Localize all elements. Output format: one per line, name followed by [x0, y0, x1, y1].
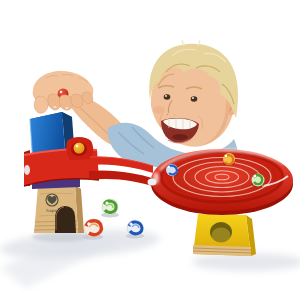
launcher-start	[66, 137, 93, 160]
held-marble-glint	[60, 91, 62, 93]
launcher-marble-glint	[76, 145, 78, 147]
eye-right-glint	[192, 97, 194, 99]
wood-arch-block: hape	[34, 185, 84, 233]
eye-right	[191, 96, 198, 101]
track-junction-peg	[148, 179, 157, 186]
mouth-inner	[172, 134, 188, 140]
finger-ring	[71, 94, 83, 107]
fingernail	[65, 107, 68, 109]
yellow-support-block	[193, 214, 256, 256]
band-white-peg	[24, 165, 30, 175]
marble-run-scene: hape	[0, 0, 300, 300]
hole-inner	[212, 228, 231, 243]
eye-left	[164, 94, 171, 99]
hape-logo-text: hape	[46, 208, 57, 213]
cheek-blush	[153, 106, 165, 114]
product-photo: hape	[0, 0, 300, 300]
launcher-marble-orange	[74, 143, 85, 154]
fingernail	[53, 106, 56, 108]
thumb	[34, 96, 48, 113]
eye-left-glint	[165, 95, 167, 97]
